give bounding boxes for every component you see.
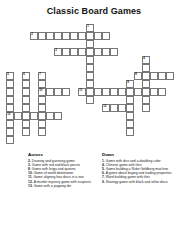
cell-number: 4 [143,57,145,60]
cell-number: 11 [79,89,82,92]
grid-cell-7-0[interactable] [6,80,14,88]
cell-number: 5 [7,73,9,76]
grid-cell-10-4[interactable] [38,104,46,112]
grid-cell-12-4[interactable] [38,120,46,128]
grid-cell-3-10[interactable] [86,48,94,56]
cell-number: 1 [87,25,89,28]
grid-cell-6-10[interactable] [86,72,94,80]
grid-cell-4-17[interactable]: 4 [142,56,150,64]
grid-cell-12-15[interactable] [126,120,134,128]
cell-number: 13 [7,113,10,116]
grid-cell-3-6[interactable]: 3 [54,48,62,56]
grid-cell-11-1[interactable] [14,112,22,120]
cell-number: 10 [39,89,42,92]
grid-cell-3-7[interactable] [62,48,70,56]
grid-cell-10-15[interactable] [126,104,134,112]
clue-lists: Across 2. Drawing and guessing game3. Ga… [0,152,188,188]
cell-number: 8 [135,73,137,76]
grid-cell-1-5[interactable] [46,32,54,40]
grid-cell-8-10[interactable] [86,88,94,96]
cell-number: 7 [39,73,41,76]
grid-cell-1-12[interactable] [102,32,110,40]
grid-cell-8-18[interactable] [150,88,158,96]
grid-cell-11-3[interactable] [30,112,38,120]
grid-cell-1-4[interactable] [38,32,46,40]
crossword-page: { "title": "Classic Board Games", "game"… [0,0,188,243]
grid-cell-8-6[interactable] [54,88,62,96]
cell-number: 3 [55,49,57,52]
grid-cell-1-7[interactable] [62,32,70,40]
grid-cell-1-6[interactable] [54,32,62,40]
grid-cell-9-15[interactable] [126,96,134,104]
grid-cell-1-8[interactable] [70,32,78,40]
across-heading: Across [28,152,94,157]
grid-cell-8-7[interactable] [62,88,70,96]
grid-cell-1-11[interactable] [94,32,102,40]
down-clue-list: Down 1. Game with dice and a doubling cu… [102,152,186,188]
crossword-grid: 12345678910111213 [6,24,182,144]
grid-cell-13-0[interactable] [6,128,14,136]
grid-cell-9-10[interactable] [86,96,94,104]
grid-cell-1-10[interactable] [86,32,94,40]
grid-cell-12-0[interactable] [6,120,14,128]
grid-cell-8-0[interactable] [6,88,14,96]
across-clue-13: 13. Game with a popping die [28,184,94,188]
cell-number: 12 [103,105,106,108]
grid-cell-0-10[interactable]: 1 [86,24,94,32]
grid-cell-10-14[interactable] [118,104,126,112]
grid-cell-13-15[interactable] [126,128,134,136]
across-clue-list: Across 2. Drawing and guessing game3. Ga… [28,152,94,188]
grid-cell-3-11[interactable] [94,48,102,56]
grid-cell-6-17[interactable] [142,72,150,80]
grid-cell-6-2[interactable]: 6 [22,72,30,80]
grid-cell-6-18[interactable] [150,72,158,80]
grid-cell-6-19[interactable] [158,72,166,80]
across-clue-number: 13. [28,184,34,188]
grid-cell-6-20[interactable] [166,72,174,80]
down-clue-9: 9. Strategy game with black and white di… [102,180,186,184]
grid-cell-5-10[interactable] [86,64,94,72]
grid-cell-7-10[interactable] [86,80,94,88]
grid-cell-11-4[interactable] [38,112,46,120]
grid-cell-3-13[interactable] [110,48,118,56]
grid-cell-8-17[interactable] [142,88,150,96]
grid-cell-11-0[interactable]: 13 [6,112,14,120]
grid-cell-7-15[interactable]: 9 [126,80,134,88]
grid-cell-11-5[interactable] [46,112,54,120]
grid-cell-11-6[interactable] [54,112,62,120]
grid-cell-8-9[interactable]: 11 [78,88,86,96]
grid-cell-8-12[interactable] [102,88,110,96]
grid-cell-8-14[interactable] [118,88,126,96]
grid-cell-9-2[interactable] [22,96,30,104]
cell-number: 9 [127,81,129,84]
grid-cell-8-19[interactable] [158,88,166,96]
grid-cell-8-15[interactable] [126,88,134,96]
grid-cell-8-13[interactable] [110,88,118,96]
grid-cell-8-2[interactable] [22,88,30,96]
grid-cell-13-2[interactable] [22,128,30,136]
cell-number: 6 [23,73,25,76]
grid-cell-9-0[interactable] [6,96,14,104]
grid-cell-9-4[interactable] [38,96,46,104]
grid-cell-10-0[interactable] [6,104,14,112]
grid-cell-11-15[interactable] [126,112,134,120]
grid-cell-10-13[interactable] [110,104,118,112]
across-clue-items: 2. Drawing and guessing game3. Game with… [28,159,94,188]
grid-cell-3-12[interactable] [102,48,110,56]
grid-cell-3-8[interactable] [70,48,78,56]
grid-cell-2-10[interactable] [86,40,94,48]
grid-cell-6-4[interactable]: 7 [38,72,46,80]
page-title: Classic Board Games [0,6,188,16]
down-clue-number: 9. [102,180,106,184]
grid-cell-12-2[interactable] [22,120,30,128]
grid-cell-13-4[interactable] [38,128,46,136]
grid-cell-5-17[interactable] [142,64,150,72]
grid-cell-8-4[interactable]: 10 [38,88,46,96]
grid-cell-7-2[interactable] [22,80,30,88]
grid-cell-8-16[interactable] [134,88,142,96]
grid-cell-8-11[interactable] [94,88,102,96]
grid-cell-10-2[interactable] [22,104,30,112]
grid-cell-7-17[interactable] [142,80,150,88]
grid-cell-4-10[interactable] [86,56,94,64]
down-heading: Down [102,152,186,157]
grid-cell-6-16[interactable]: 8 [134,72,142,80]
grid-cell-10-17[interactable] [142,104,150,112]
grid-cell-6-0[interactable]: 5 [6,72,14,80]
grid-cell-10-12[interactable]: 12 [102,104,110,112]
grid-cell-1-3[interactable]: 2 [30,32,38,40]
down-clue-items: 1. Game with dice and a doubling cube4. … [102,159,186,184]
cell-number: 2 [31,33,33,36]
grid-cell-1-9[interactable] [78,32,86,40]
grid-cell-14-0[interactable] [6,136,14,144]
grid-cell-9-17[interactable] [142,96,150,104]
grid-cell-8-5[interactable] [46,88,54,96]
grid-cell-7-4[interactable] [38,80,46,88]
grid-cell-11-2[interactable] [22,112,30,120]
grid-cell-3-9[interactable] [78,48,86,56]
